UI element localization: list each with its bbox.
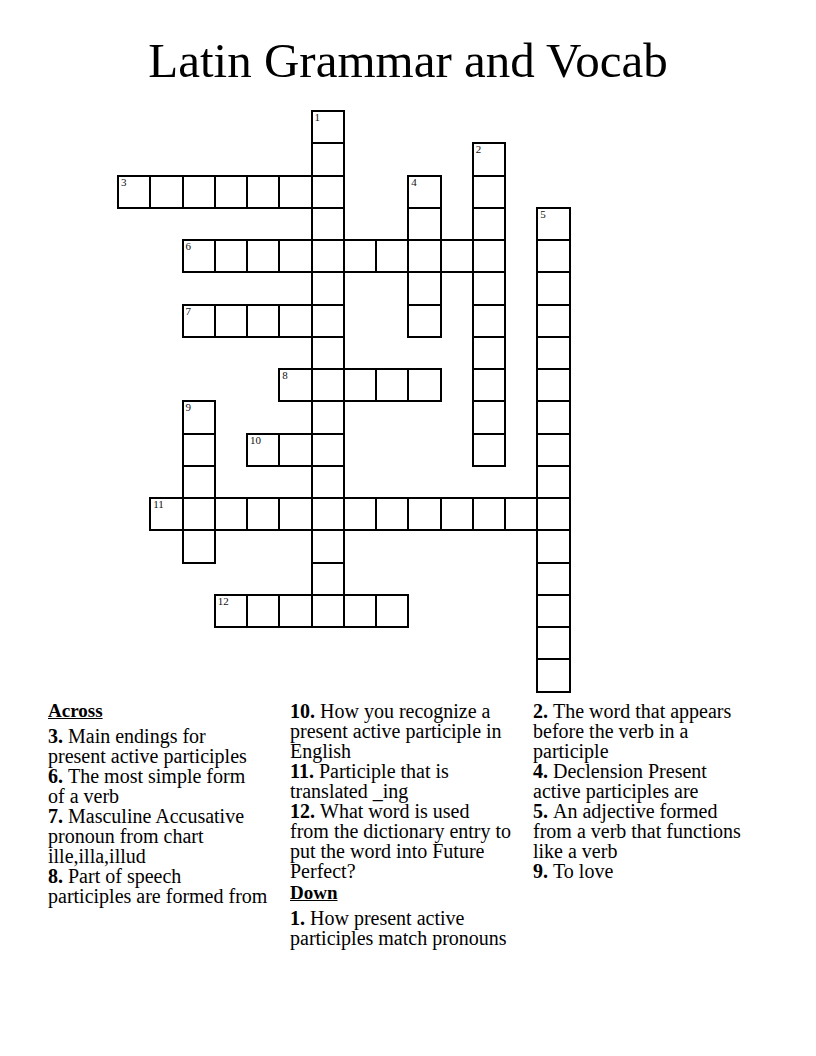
grid-cell[interactable]	[440, 239, 474, 273]
crossword-grid: 123456789101112	[117, 110, 571, 694]
grid-cell[interactable]	[311, 400, 345, 434]
grid-cell[interactable]	[536, 271, 570, 305]
grid-cell[interactable]	[472, 400, 506, 434]
cell-number: 2	[476, 143, 482, 155]
grid-cell[interactable]	[536, 239, 570, 273]
grid-cell[interactable]	[311, 529, 345, 563]
clues-header-across: Across	[48, 701, 282, 721]
grid-cell[interactable]: 3	[117, 175, 151, 209]
clues-column-left: Across3. Main endings forpresent active …	[48, 701, 282, 906]
grid-cell[interactable]	[311, 433, 345, 467]
grid-cell[interactable]: 5	[536, 207, 570, 241]
puzzle-title: Latin Grammar and Vocab	[0, 34, 816, 88]
grid-cell[interactable]	[472, 433, 506, 467]
grid-cell[interactable]	[536, 400, 570, 434]
grid-cell[interactable]	[343, 594, 377, 628]
clue-number: 5.	[533, 800, 553, 822]
grid-cell[interactable]	[375, 239, 409, 273]
clue-number: 11.	[290, 760, 319, 782]
grid-cell[interactable]	[536, 626, 570, 660]
clue-number: 2.	[533, 700, 553, 722]
grid-cell[interactable]	[311, 207, 345, 241]
grid-cell[interactable]	[246, 304, 280, 338]
clue-number: 6.	[48, 765, 68, 787]
grid-cell[interactable]	[407, 368, 441, 402]
grid-cell[interactable]	[278, 304, 312, 338]
clue-4: 4. Declension Presentactive participles …	[533, 761, 767, 801]
clue-number: 10.	[290, 700, 320, 722]
grid-cell[interactable]: 7	[182, 304, 216, 338]
cell-number: 11	[153, 498, 164, 510]
grid-cell[interactable]: 1	[311, 110, 345, 144]
grid-cell[interactable]	[536, 433, 570, 467]
grid-cell[interactable]	[246, 594, 280, 628]
cell-number: 5	[540, 208, 546, 220]
grid-cell[interactable]	[343, 497, 377, 531]
grid-cell[interactable]	[214, 175, 248, 209]
clue-number: 7.	[48, 805, 68, 827]
grid-cell[interactable]	[278, 497, 312, 531]
clue-number: 8.	[48, 865, 68, 887]
grid-cell[interactable]: 12	[214, 594, 248, 628]
cell-number: 6	[186, 240, 192, 252]
grid-cell[interactable]	[311, 562, 345, 596]
grid-cell[interactable]	[311, 497, 345, 531]
clue-8: 8. Part of speechparticiples are formed …	[48, 866, 282, 906]
cell-number: 8	[282, 369, 288, 381]
grid-cell[interactable]	[278, 239, 312, 273]
grid-cell[interactable]	[311, 142, 345, 176]
grid-cell[interactable]	[311, 336, 345, 370]
clue-number: 9.	[533, 860, 553, 882]
clue-2: 2. The word that appearsbefore the verb …	[533, 701, 767, 761]
grid-cell[interactable]	[536, 465, 570, 499]
grid-cell[interactable]	[375, 368, 409, 402]
grid-cell[interactable]	[536, 529, 570, 563]
grid-cell[interactable]	[472, 336, 506, 370]
clue-number: 3.	[48, 725, 68, 747]
grid-cell[interactable]	[375, 594, 409, 628]
cell-number: 10	[250, 434, 261, 446]
grid-cell[interactable]	[311, 175, 345, 209]
cell-number: 4	[411, 176, 417, 188]
grid-cell[interactable]	[472, 239, 506, 273]
clue-7: 7. Masculine Accusativepronoun from char…	[48, 806, 282, 866]
clues-column-middle: 10. How you recognize apresent active pa…	[290, 701, 532, 948]
grid-cell[interactable]	[311, 304, 345, 338]
cell-number: 7	[186, 305, 192, 317]
grid-cell[interactable]	[472, 175, 506, 209]
grid-cell[interactable]	[246, 175, 280, 209]
grid-cell[interactable]	[536, 594, 570, 628]
grid-cell[interactable]	[214, 304, 248, 338]
clue-number: 4.	[533, 760, 553, 782]
grid-cell[interactable]: 10	[246, 433, 280, 467]
grid-cell[interactable]	[472, 497, 506, 531]
grid-cell[interactable]	[407, 271, 441, 305]
grid-cell[interactable]: 2	[472, 142, 506, 176]
grid-cell[interactable]	[472, 304, 506, 338]
cell-number: 3	[121, 176, 127, 188]
grid-cell[interactable]	[407, 239, 441, 273]
grid-cell[interactable]	[536, 336, 570, 370]
grid-cell[interactable]: 11	[149, 497, 183, 531]
grid-cell[interactable]	[472, 207, 506, 241]
cell-number: 9	[186, 401, 192, 413]
clue-10: 10. How you recognize apresent active pa…	[290, 701, 532, 761]
grid-cell[interactable]	[343, 239, 377, 273]
grid-cell[interactable]	[246, 497, 280, 531]
grid-cell[interactable]	[182, 529, 216, 563]
grid-cell[interactable]	[440, 497, 474, 531]
grid-cell[interactable]	[149, 175, 183, 209]
grid-cell[interactable]	[278, 175, 312, 209]
grid-cell[interactable]	[407, 497, 441, 531]
grid-cell[interactable]	[214, 497, 248, 531]
grid-cell[interactable]	[311, 368, 345, 402]
grid-cell[interactable]	[504, 497, 538, 531]
grid-cell[interactable]	[343, 368, 377, 402]
grid-cell[interactable]	[182, 433, 216, 467]
grid-cell[interactable]: 6	[182, 239, 216, 273]
grid-cell[interactable]	[536, 368, 570, 402]
grid-cell[interactable]	[311, 594, 345, 628]
grid-cell[interactable]	[536, 562, 570, 596]
grid-cell[interactable]	[472, 271, 506, 305]
grid-cell[interactable]: 4	[407, 175, 441, 209]
grid-cell[interactable]	[311, 465, 345, 499]
clue-1: 1. How present activeparticiples match p…	[290, 908, 532, 948]
grid-cell[interactable]	[278, 594, 312, 628]
grid-cell[interactable]	[182, 465, 216, 499]
grid-cell[interactable]	[214, 239, 248, 273]
grid-cell[interactable]	[311, 271, 345, 305]
clue-12: 12. What word is usedfrom the dictionary…	[290, 801, 532, 881]
grid-cell[interactable]	[246, 239, 280, 273]
clue-9: 9. To love	[533, 861, 767, 881]
clues-header-down: Down	[290, 883, 532, 903]
grid-cell[interactable]	[182, 175, 216, 209]
worksheet-page: Latin Grammar and Vocab 123456789101112 …	[0, 0, 816, 1056]
grid-cell[interactable]	[375, 497, 409, 531]
grid-cell[interactable]	[536, 658, 570, 692]
grid-cell[interactable]	[311, 239, 345, 273]
clue-11: 11. Participle that istranslated _ing	[290, 761, 532, 801]
grid-cell[interactable]: 8	[278, 368, 312, 402]
grid-cell[interactable]	[407, 207, 441, 241]
clue-6: 6. The most simple formof a verb	[48, 766, 282, 806]
grid-cell[interactable]	[536, 497, 570, 531]
grid-cell[interactable]	[536, 304, 570, 338]
clue-5: 5. An adjective formedfrom a verb that f…	[533, 801, 767, 861]
grid-cell[interactable]: 9	[182, 400, 216, 434]
cell-number: 12	[218, 595, 229, 607]
grid-cell[interactable]	[407, 304, 441, 338]
clues-column-right: 2. The word that appearsbefore the verb …	[533, 701, 767, 881]
clue-number: 12.	[290, 800, 320, 822]
clue-3: 3. Main endings forpresent active partic…	[48, 726, 282, 766]
grid-cell[interactable]	[472, 368, 506, 402]
cell-number: 1	[315, 111, 321, 123]
grid-cell[interactable]	[278, 433, 312, 467]
grid-cell[interactable]	[182, 497, 216, 531]
clue-number: 1.	[290, 907, 310, 929]
